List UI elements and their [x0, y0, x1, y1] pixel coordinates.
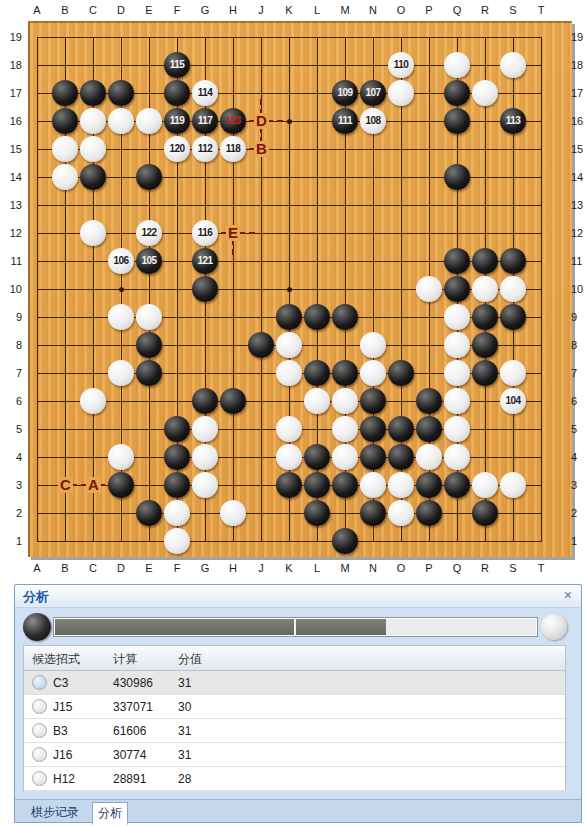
- candidate-empty-cell: [236, 671, 565, 694]
- black-stone-L3: [304, 472, 330, 498]
- candidate-row-B3[interactable]: B36160631: [24, 719, 565, 743]
- black-stone-O7: [388, 360, 414, 386]
- tab-active[interactable]: 分析: [92, 802, 128, 825]
- row-label-left: 11: [2, 255, 22, 267]
- column-label-top: L: [307, 4, 327, 16]
- white-stone-M4: [332, 444, 358, 470]
- row-label-left: 19: [2, 31, 22, 43]
- white-stone-K4: [276, 444, 302, 470]
- white-stone-M5: [332, 416, 358, 442]
- column-label-bottom: O: [391, 562, 411, 574]
- candidate-stone-icon: [32, 675, 47, 690]
- row-label-left: 14: [2, 171, 22, 183]
- white-stone-D11: 106: [108, 248, 134, 274]
- candidate-score: 30: [170, 695, 236, 718]
- black-stone-M9: [332, 304, 358, 330]
- white-stone-S6: 104: [500, 388, 526, 414]
- row-label-left: 2: [2, 507, 22, 519]
- panel-title: 分析: [23, 588, 49, 606]
- white-stone-C12: [80, 220, 106, 246]
- black-stone-R2: [472, 500, 498, 526]
- candidate-playouts: 430986: [105, 671, 170, 694]
- variation-dash-mark: [239, 232, 255, 234]
- candidate-score: 31: [170, 671, 236, 694]
- black-stone-E14: [136, 164, 162, 190]
- black-stone-F4: [164, 444, 190, 470]
- column-label-bottom: M: [335, 562, 355, 574]
- white-stone-Q8: [444, 332, 470, 358]
- black-stone-S11: [500, 248, 526, 274]
- black-stone-G16: 117: [192, 108, 218, 134]
- row-label-right: 1: [571, 535, 585, 547]
- analysis-panel-header: 分析 ×: [15, 585, 581, 608]
- black-stone-F3: [164, 472, 190, 498]
- white-stone-Q5: [444, 416, 470, 442]
- black-stone-C17: [80, 80, 106, 106]
- row-label-left: 18: [2, 59, 22, 71]
- black-stone-M1: [332, 528, 358, 554]
- candidate-moves-table: 候选招式 计算 分值 C343098631J1533707130B3616063…: [23, 645, 566, 791]
- white-stone-O17: [388, 80, 414, 106]
- candidate-playouts: 28891: [105, 767, 170, 790]
- row-label-left: 13: [2, 199, 22, 211]
- column-label-bottom: D: [111, 562, 131, 574]
- white-stone-R10: [472, 276, 498, 302]
- star-point: [287, 287, 292, 292]
- black-stone-C14: [80, 164, 106, 190]
- white-stone-S3: [500, 472, 526, 498]
- star-point: [287, 119, 292, 124]
- black-stone-M7: [332, 360, 358, 386]
- white-stone-H15: 118: [220, 136, 246, 162]
- white-stone-O2: [388, 500, 414, 526]
- candidate-stone-icon: [32, 747, 47, 762]
- winrate-slider-row: [15, 608, 581, 646]
- black-stone-R11: [472, 248, 498, 274]
- white-stone-K7: [276, 360, 302, 386]
- candidate-playouts: 61606: [105, 719, 170, 742]
- black-stone-F18: 115: [164, 52, 190, 78]
- black-stone-E7: [136, 360, 162, 386]
- white-stone-G4: [192, 444, 218, 470]
- white-stone-C16: [80, 108, 106, 134]
- row-label-right: 8: [571, 339, 585, 351]
- header-empty: [236, 646, 565, 670]
- variation-dash-mark: [232, 239, 234, 255]
- white-stone-F1: [164, 528, 190, 554]
- column-label-bottom: G: [195, 562, 215, 574]
- white-stone-D7: [108, 360, 134, 386]
- candidate-stone-icon: [32, 723, 47, 738]
- candidate-row-H12[interactable]: H122889128: [24, 767, 565, 791]
- column-label-bottom: T: [531, 562, 551, 574]
- black-stone-Q14: [444, 164, 470, 190]
- winrate-fill: [55, 619, 386, 635]
- white-stone-Q7: [444, 360, 470, 386]
- candidate-move: H12: [53, 772, 75, 786]
- row-label-left: 15: [2, 143, 22, 155]
- column-label-top: B: [55, 4, 75, 16]
- white-stone-F15: 120: [164, 136, 190, 162]
- black-stone-L9: [304, 304, 330, 330]
- black-stone-K3: [276, 472, 302, 498]
- table-header-row: 候选招式 计算 分值: [24, 646, 565, 671]
- row-label-left: 9: [2, 311, 22, 323]
- row-label-right: 13: [571, 199, 585, 211]
- candidate-playouts: 30774: [105, 743, 170, 766]
- close-icon[interactable]: ×: [564, 587, 572, 603]
- candidate-row-C3[interactable]: C343098631: [24, 671, 565, 695]
- column-label-bottom: C: [83, 562, 103, 574]
- black-stone-Q16: [444, 108, 470, 134]
- row-label-left: 8: [2, 339, 22, 351]
- row-label-right: 5: [571, 423, 585, 435]
- white-stone-R17: [472, 80, 498, 106]
- black-stone-E8: [136, 332, 162, 358]
- candidate-label-A[interactable]: A: [86, 477, 101, 493]
- black-stone-O4: [388, 444, 414, 470]
- white-stone-R3: [472, 472, 498, 498]
- column-label-bottom: S: [503, 562, 523, 574]
- candidate-score: 28: [170, 767, 236, 790]
- row-label-right: 11: [571, 255, 585, 267]
- black-stone-S9: [500, 304, 526, 330]
- white-stone-N8: [360, 332, 386, 358]
- column-label-top: A: [27, 4, 47, 16]
- row-label-right: 7: [571, 367, 585, 379]
- black-stone-P5: [416, 416, 442, 442]
- black-stone-M17: 109: [332, 80, 358, 106]
- candidate-row-J16[interactable]: J163077431: [24, 743, 565, 767]
- column-label-top: J: [251, 4, 271, 16]
- black-stone-D3: [108, 472, 134, 498]
- row-label-left: 3: [2, 479, 22, 491]
- row-label-right: 2: [571, 507, 585, 519]
- column-label-top: M: [335, 4, 355, 16]
- row-label-left: 17: [2, 87, 22, 99]
- row-label-right: 9: [571, 311, 585, 323]
- black-stone-P2: [416, 500, 442, 526]
- white-stone-D16: [108, 108, 134, 134]
- column-label-top: P: [419, 4, 439, 16]
- white-stone-Q6: [444, 388, 470, 414]
- white-stone-E9: [136, 304, 162, 330]
- black-stone-N5: [360, 416, 386, 442]
- row-label-left: 1: [2, 535, 22, 547]
- row-label-left: 6: [2, 395, 22, 407]
- row-label-left: 12: [2, 227, 22, 239]
- black-stone-Q3: [444, 472, 470, 498]
- row-label-left: 16: [2, 115, 22, 127]
- row-label-right: 3: [571, 479, 585, 491]
- black-stone-N4: [360, 444, 386, 470]
- row-label-right: 6: [571, 395, 585, 407]
- white-stone-G12: 116: [192, 220, 218, 246]
- column-label-bottom: P: [419, 562, 439, 574]
- black-stone-K9: [276, 304, 302, 330]
- tab-inactive[interactable]: 棋步记录: [26, 802, 84, 823]
- candidate-label-E[interactable]: E: [226, 225, 240, 241]
- row-label-right: 17: [571, 87, 585, 99]
- black-stone-H16: 123: [220, 108, 246, 134]
- candidate-empty-cell: [236, 719, 565, 742]
- white-stone-Q18: [444, 52, 470, 78]
- column-label-bottom: H: [223, 562, 243, 574]
- black-stone-N17: 107: [360, 80, 386, 106]
- column-label-top: E: [139, 4, 159, 16]
- white-stone-N7: [360, 360, 386, 386]
- white-stone-S18: [500, 52, 526, 78]
- row-label-right: 12: [571, 227, 585, 239]
- black-stone-L7: [304, 360, 330, 386]
- black-stone-F16: 119: [164, 108, 190, 134]
- row-label-right: 10: [571, 283, 585, 295]
- row-label-left: 5: [2, 423, 22, 435]
- candidate-stone-icon: [32, 771, 47, 786]
- candidate-stone-icon: [32, 699, 47, 714]
- white-stone-K5: [276, 416, 302, 442]
- column-label-top: R: [475, 4, 495, 16]
- black-stone-N6: [360, 388, 386, 414]
- column-label-bottom: F: [167, 562, 187, 574]
- white-stone-icon: [541, 614, 567, 640]
- header-candidate-move: 候选招式: [24, 646, 105, 670]
- black-stone-G6: [192, 388, 218, 414]
- column-label-bottom: Q: [447, 562, 467, 574]
- black-stone-R7: [472, 360, 498, 386]
- candidate-score: 31: [170, 743, 236, 766]
- row-label-right: 19: [571, 31, 585, 43]
- grid-line-horizontal: [37, 513, 542, 514]
- white-stone-E16: [136, 108, 162, 134]
- row-label-right: 4: [571, 451, 585, 463]
- column-label-bottom: N: [363, 562, 383, 574]
- black-stone-S16: 113: [500, 108, 526, 134]
- go-board[interactable]: AABBCCDDEEFFGGHHJJKKLLMMNNOOPPQQRRSSTT19…: [0, 0, 585, 578]
- white-stone-N3: [360, 472, 386, 498]
- variation-dash-mark: [267, 120, 283, 122]
- column-label-top: K: [279, 4, 299, 16]
- grid-line-horizontal: [37, 541, 542, 542]
- row-label-right: 14: [571, 171, 585, 183]
- column-label-top: T: [531, 4, 551, 16]
- black-stone-Q17: [444, 80, 470, 106]
- black-stone-icon: [23, 613, 51, 641]
- white-stone-G5: [192, 416, 218, 442]
- white-stone-H2: [220, 500, 246, 526]
- column-label-bottom: L: [307, 562, 327, 574]
- candidate-label-B[interactable]: B: [254, 141, 269, 157]
- white-stone-F2: [164, 500, 190, 526]
- white-stone-D4: [108, 444, 134, 470]
- candidate-empty-cell: [236, 743, 565, 766]
- white-stone-G15: 112: [192, 136, 218, 162]
- black-stone-F5: [164, 416, 190, 442]
- column-label-bottom: R: [475, 562, 495, 574]
- analysis-panel: 分析 × 候选招式 计算 分值 C343098631J1533707130B36…: [14, 584, 582, 823]
- go-analysis-window: AABBCCDDEEFFGGHHJJKKLLMMNNOOPPQQRRSSTT19…: [0, 0, 585, 826]
- row-label-right: 15: [571, 143, 585, 155]
- white-stone-P10: [416, 276, 442, 302]
- black-stone-B16: [52, 108, 78, 134]
- candidate-score: 31: [170, 719, 236, 742]
- row-label-right: 16: [571, 115, 585, 127]
- row-label-left: 4: [2, 451, 22, 463]
- variation-dash-mark: [71, 484, 87, 486]
- column-label-top: N: [363, 4, 383, 16]
- white-stone-M6: [332, 388, 358, 414]
- winrate-bar[interactable]: [53, 617, 538, 637]
- row-label-left: 7: [2, 367, 22, 379]
- black-stone-D17: [108, 80, 134, 106]
- white-stone-S7: [500, 360, 526, 386]
- column-label-top: G: [195, 4, 215, 16]
- column-label-top: Q: [447, 4, 467, 16]
- black-stone-G10: [192, 276, 218, 302]
- black-stone-L2: [304, 500, 330, 526]
- white-stone-C6: [80, 388, 106, 414]
- column-label-top: S: [503, 4, 523, 16]
- black-stone-O5: [388, 416, 414, 442]
- black-stone-J8: [248, 332, 274, 358]
- bottom-tab-bar: 棋步记录分析: [15, 799, 581, 822]
- white-stone-Q4: [444, 444, 470, 470]
- winrate-marker[interactable]: [294, 618, 296, 636]
- white-stone-E12: 122: [136, 220, 162, 246]
- candidate-playouts: 337071: [105, 695, 170, 718]
- candidate-row-J15[interactable]: J1533707130: [24, 695, 565, 719]
- black-stone-G11: 121: [192, 248, 218, 274]
- column-label-bottom: E: [139, 562, 159, 574]
- white-stone-Q9: [444, 304, 470, 330]
- row-label-left: 10: [2, 283, 22, 295]
- white-stone-G3: [192, 472, 218, 498]
- candidate-move: J15: [53, 700, 72, 714]
- black-stone-M16: 111: [332, 108, 358, 134]
- header-playouts: 计算: [105, 646, 170, 670]
- white-stone-N16: 108: [360, 108, 386, 134]
- black-stone-E2: [136, 500, 162, 526]
- white-stone-B15: [52, 136, 78, 162]
- candidate-move: B3: [53, 724, 68, 738]
- column-label-top: F: [167, 4, 187, 16]
- black-stone-Q10: [444, 276, 470, 302]
- column-label-top: O: [391, 4, 411, 16]
- column-label-bottom: A: [27, 562, 47, 574]
- white-stone-G17: 114: [192, 80, 218, 106]
- white-stone-K8: [276, 332, 302, 358]
- candidate-move: J16: [53, 748, 72, 762]
- white-stone-O18: 110: [388, 52, 414, 78]
- white-stone-O3: [388, 472, 414, 498]
- candidate-empty-cell: [236, 695, 565, 718]
- column-label-top: C: [83, 4, 103, 16]
- black-stone-P3: [416, 472, 442, 498]
- row-label-right: 18: [571, 59, 585, 71]
- candidate-label-D[interactable]: D: [254, 113, 269, 129]
- grid-line-vertical: [541, 37, 542, 542]
- column-label-top: D: [111, 4, 131, 16]
- black-stone-B17: [52, 80, 78, 106]
- black-stone-F17: [164, 80, 190, 106]
- black-stone-E11: 105: [136, 248, 162, 274]
- header-score: 分值: [170, 646, 236, 670]
- white-stone-P4: [416, 444, 442, 470]
- column-label-top: H: [223, 4, 243, 16]
- candidate-empty-cell: [236, 767, 565, 790]
- column-label-bottom: K: [279, 562, 299, 574]
- candidate-label-C[interactable]: C: [58, 477, 73, 493]
- black-stone-H6: [220, 388, 246, 414]
- black-stone-R8: [472, 332, 498, 358]
- star-point: [119, 287, 124, 292]
- black-stone-L4: [304, 444, 330, 470]
- candidate-move: C3: [53, 676, 68, 690]
- black-stone-N2: [360, 500, 386, 526]
- white-stone-C15: [80, 136, 106, 162]
- column-label-bottom: J: [251, 562, 271, 574]
- white-stone-D9: [108, 304, 134, 330]
- black-stone-R9: [472, 304, 498, 330]
- black-stone-P6: [416, 388, 442, 414]
- column-label-bottom: B: [55, 562, 75, 574]
- white-stone-B14: [52, 164, 78, 190]
- black-stone-Q11: [444, 248, 470, 274]
- white-stone-S10: [500, 276, 526, 302]
- black-stone-M3: [332, 472, 358, 498]
- white-stone-L6: [304, 388, 330, 414]
